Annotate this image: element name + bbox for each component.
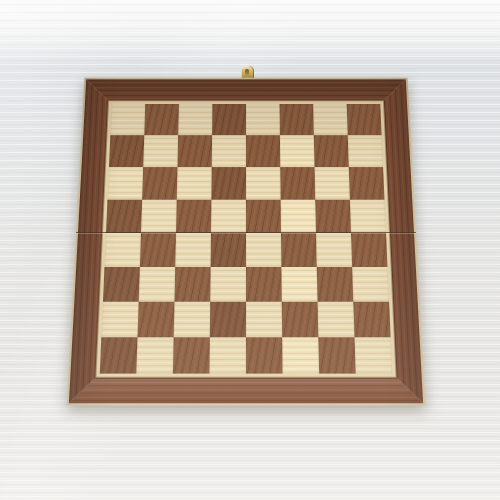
square-c6 [177,167,212,200]
square-f2 [282,302,319,338]
square-d4 [211,233,246,267]
chess-board [67,78,426,406]
square-c4 [175,233,211,267]
square-b3 [139,267,176,302]
square-b8 [144,104,179,135]
square-b5 [141,200,177,233]
square-b6 [142,167,177,200]
board-frame-bottom [69,378,423,403]
square-h4 [351,233,388,267]
square-f1 [282,337,319,373]
square-f7 [280,135,315,167]
table-surface [0,0,500,500]
square-g2 [318,302,355,338]
square-h2 [353,302,390,338]
square-d6 [211,167,246,200]
board-outer-edge [67,78,426,406]
square-d5 [211,200,246,233]
square-a8 [110,104,145,135]
square-b7 [143,135,178,167]
square-g1 [318,337,355,373]
square-c7 [177,135,212,167]
square-h7 [348,135,383,167]
square-b2 [138,302,175,338]
square-g3 [317,267,354,302]
square-f5 [281,200,316,233]
square-d8 [212,104,246,135]
square-g7 [314,135,349,167]
square-d7 [212,135,246,167]
square-a5 [106,200,142,233]
square-e1 [246,337,283,373]
board-frame-top [85,79,407,100]
square-e7 [246,135,280,167]
square-a2 [101,302,138,338]
square-f6 [280,167,315,200]
square-h1 [354,337,392,373]
square-c5 [176,200,211,233]
square-b4 [140,233,176,267]
square-h8 [347,104,382,135]
square-c8 [178,104,212,135]
square-e2 [246,302,282,338]
square-e5 [246,200,281,233]
square-a4 [104,233,141,267]
fold-seam [76,232,416,234]
square-b1 [136,337,173,373]
square-e4 [246,233,281,267]
square-h3 [352,267,389,302]
square-g4 [316,233,352,267]
square-g5 [315,200,351,233]
square-g8 [313,104,348,135]
square-h5 [350,200,386,233]
square-a1 [100,337,138,373]
square-e6 [246,167,281,200]
square-e8 [246,104,280,135]
square-g6 [315,167,350,200]
square-f3 [281,267,317,302]
square-e3 [246,267,282,302]
square-c1 [173,337,210,373]
square-d2 [210,302,246,338]
square-f8 [280,104,314,135]
square-d1 [209,337,246,373]
square-f4 [281,233,317,267]
square-a7 [109,135,144,167]
square-c3 [174,267,210,302]
square-a6 [107,167,143,200]
board-grid [100,104,393,374]
square-d3 [210,267,246,302]
square-c2 [174,302,211,338]
square-h6 [349,167,385,200]
square-a3 [103,267,140,302]
